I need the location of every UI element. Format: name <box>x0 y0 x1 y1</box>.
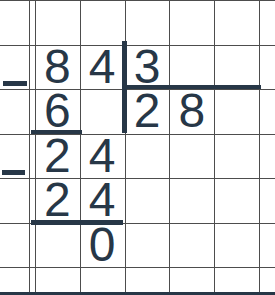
digit-cell: 2 <box>35 178 80 223</box>
subtraction-underline-under-6 <box>31 130 82 134</box>
digit-cell: 2 <box>35 134 80 179</box>
digit-cell: 8 <box>35 45 80 90</box>
digit-cell: 3 <box>125 45 170 90</box>
minus-sign-second-subtraction <box>2 170 25 175</box>
digits-layer: 84362824240 <box>0 0 275 295</box>
digit-cell: 6 <box>35 89 80 134</box>
subtraction-underline-under-24 <box>31 220 123 225</box>
division-bracket-horizontal-bar <box>122 85 261 89</box>
digit-cell: 4 <box>80 45 125 90</box>
digit-cell: 0 <box>80 223 125 268</box>
digit-cell: 4 <box>80 178 125 223</box>
long-division-board: 84362824240 <box>0 0 275 295</box>
minus-sign-first-subtraction <box>3 81 27 86</box>
digit-cell: 4 <box>80 134 125 179</box>
digit-cell: 2 <box>125 89 170 134</box>
digit-cell: 8 <box>169 89 214 134</box>
